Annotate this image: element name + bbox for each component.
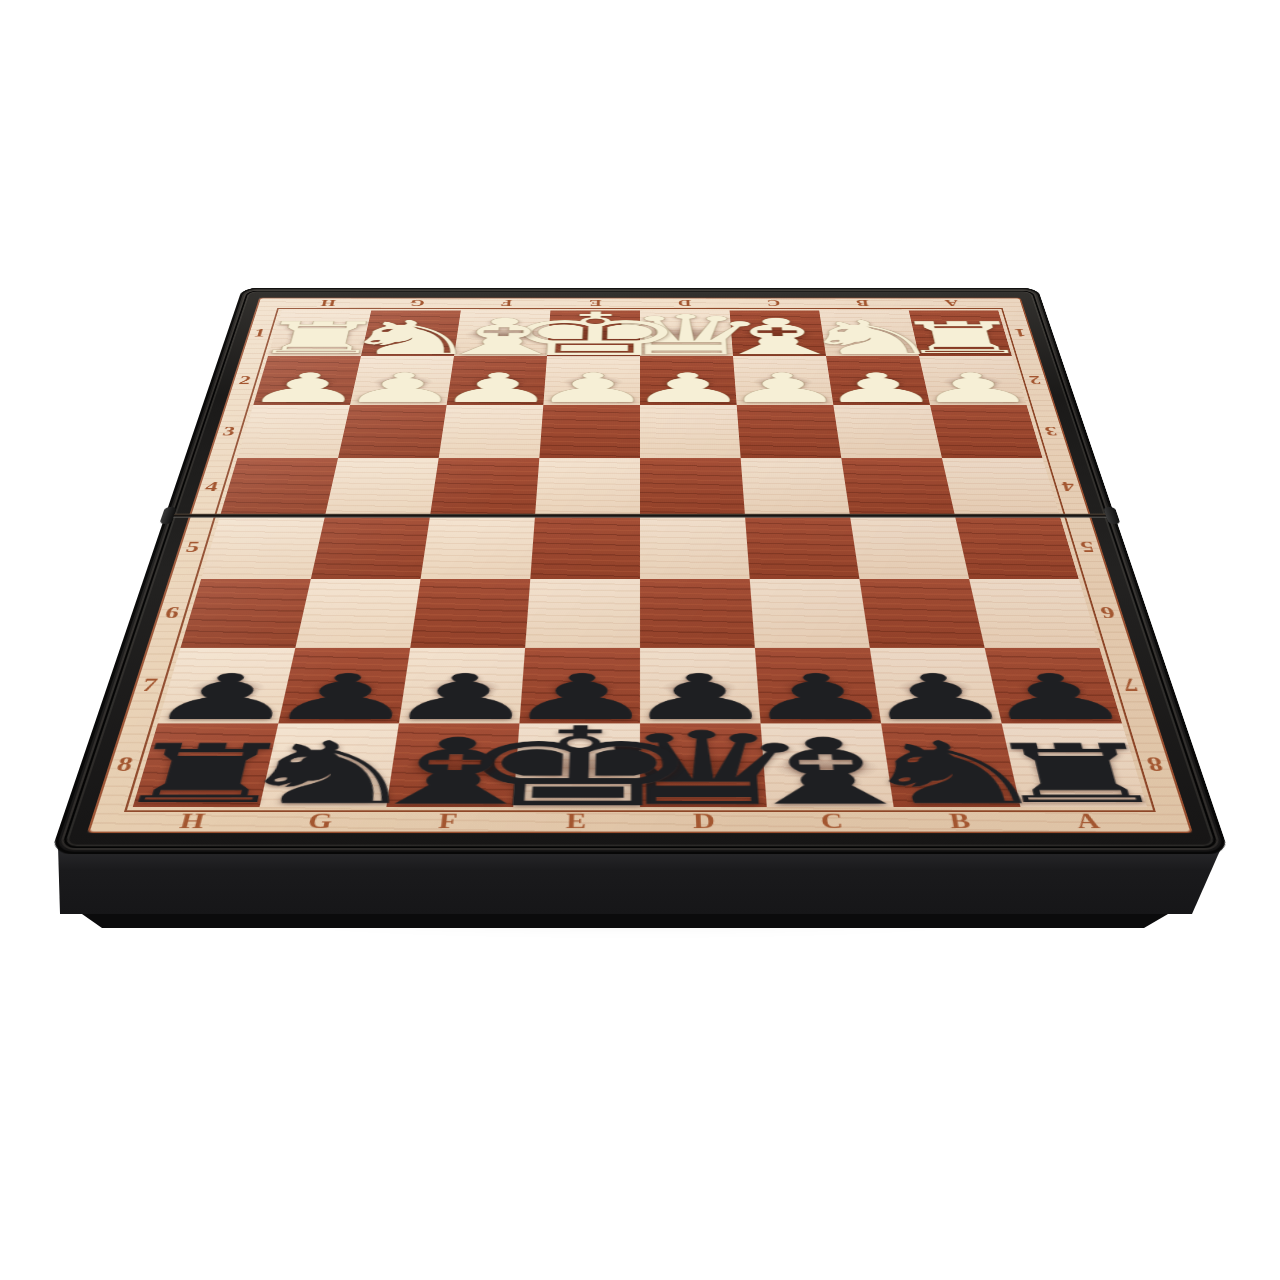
square-a6[interactable]	[969, 579, 1099, 648]
square-c8[interactable]	[761, 723, 894, 807]
square-g6[interactable]	[295, 579, 420, 648]
square-g5[interactable]	[311, 516, 430, 579]
white-pawn-icon: ♟	[239, 368, 372, 409]
square-h5[interactable]	[201, 516, 325, 579]
square-c7[interactable]	[755, 648, 881, 724]
square-b8[interactable]	[881, 723, 1020, 807]
product-photo-background: 12345678 12345678 HGFEDCBA HGFEDCBA ♜♞♝♛…	[0, 0, 1280, 1280]
square-g8[interactable]	[260, 723, 399, 807]
square-e8[interactable]	[513, 723, 640, 807]
square-f7[interactable]	[399, 648, 525, 724]
square-h8[interactable]	[133, 723, 279, 807]
white-king-icon: ♚	[497, 305, 689, 365]
square-b6[interactable]	[859, 579, 984, 648]
square-f8[interactable]	[386, 723, 519, 807]
square-a8[interactable]	[1002, 723, 1148, 807]
square-g7[interactable]	[278, 648, 410, 724]
square-a5[interactable]	[955, 516, 1079, 579]
coordinate-label-a: A	[906, 298, 998, 309]
square-e5[interactable]	[530, 516, 640, 579]
square-d8[interactable]	[640, 723, 767, 807]
chess-board: 12345678 12345678 HGFEDCBA HGFEDCBA ♜♞♝♛…	[50, 288, 1229, 854]
square-e6[interactable]	[525, 579, 640, 648]
square-b5[interactable]	[850, 516, 969, 579]
square-h6[interactable]	[180, 579, 310, 648]
square-d7[interactable]	[640, 648, 761, 724]
square-c5[interactable]	[745, 516, 859, 579]
square-b7[interactable]	[870, 648, 1002, 724]
coordinate-label-b: B	[817, 298, 908, 309]
square-a7[interactable]	[985, 648, 1123, 724]
square-d5[interactable]	[640, 516, 750, 579]
square-f5[interactable]	[421, 516, 535, 579]
square-c6[interactable]	[750, 579, 870, 648]
square-d6[interactable]	[640, 579, 755, 648]
square-f6[interactable]	[410, 579, 530, 648]
coordinate-label-g: G	[372, 298, 463, 309]
coordinate-label-h: H	[282, 298, 374, 309]
square-h7[interactable]	[158, 648, 296, 724]
case-side	[30, 840, 1250, 940]
square-e7[interactable]	[519, 648, 640, 724]
